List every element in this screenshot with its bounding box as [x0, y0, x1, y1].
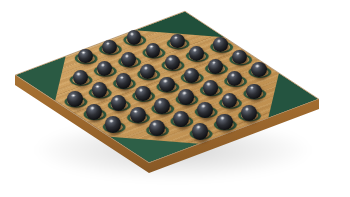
solitaire-photo-scene [0, 0, 350, 197]
marble[interactable] [170, 34, 184, 48]
marble[interactable] [116, 73, 131, 88]
marble[interactable] [92, 82, 108, 98]
marble[interactable] [241, 105, 257, 121]
marble[interactable] [73, 70, 88, 85]
marble[interactable] [173, 111, 189, 127]
marble[interactable] [251, 62, 266, 77]
marble[interactable] [67, 91, 83, 107]
marble[interactable] [111, 95, 127, 111]
marble[interactable] [97, 61, 112, 76]
marble[interactable] [216, 114, 232, 130]
marble[interactable] [189, 46, 204, 61]
marble[interactable] [127, 30, 141, 44]
marble[interactable] [197, 102, 213, 118]
marble[interactable] [203, 80, 218, 95]
marble[interactable] [130, 107, 146, 123]
marble[interactable] [154, 98, 170, 114]
marble[interactable] [165, 55, 180, 70]
marble[interactable] [178, 89, 194, 105]
marble[interactable] [192, 123, 208, 139]
marble[interactable] [146, 43, 161, 58]
marble[interactable] [159, 77, 174, 92]
marble[interactable] [184, 68, 199, 83]
marble[interactable] [78, 49, 93, 64]
marble[interactable] [135, 86, 151, 102]
marble[interactable] [121, 52, 136, 67]
marble[interactable] [86, 104, 102, 120]
marble[interactable] [208, 59, 223, 74]
marble[interactable] [149, 120, 165, 136]
marble[interactable] [213, 37, 228, 52]
marble[interactable] [105, 116, 121, 132]
marble[interactable] [246, 84, 262, 100]
marble[interactable] [102, 40, 117, 55]
